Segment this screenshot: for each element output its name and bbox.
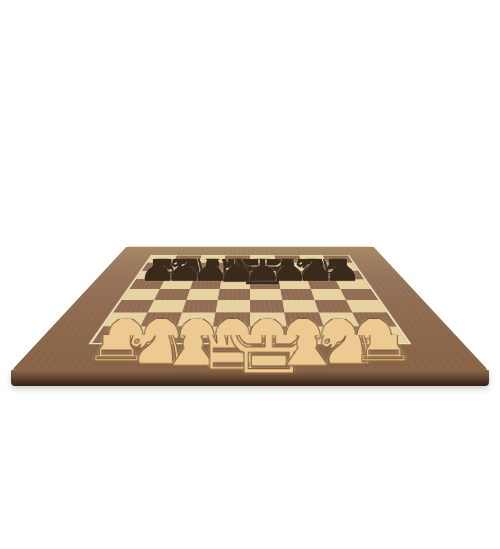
board-playing-field: ♜♞♝♛♚♝♞♜♟♟♟♟♟♟♟♟♟♟♟♟♟♟♟♟♜♞♝♛♚♝♞♜ — [88, 255, 411, 344]
square-h6 — [331, 271, 364, 280]
chess-board: ♜♞♝♛♚♝♞♜♟♟♟♟♟♟♟♟♟♟♟♟♟♟♟♟♜♞♝♛♚♝♞♜ — [11, 247, 488, 371]
square-a6 — [136, 271, 169, 280]
chess-set-product-photo: ♜♞♝♛♚♝♞♜♟♟♟♟♟♟♟♟♟♟♟♟♟♟♟♟♜♞♝♛♚♝♞♜ — [0, 0, 500, 549]
square-h1: ♜ — [360, 327, 408, 343]
square-h7: ♟ — [327, 263, 358, 271]
